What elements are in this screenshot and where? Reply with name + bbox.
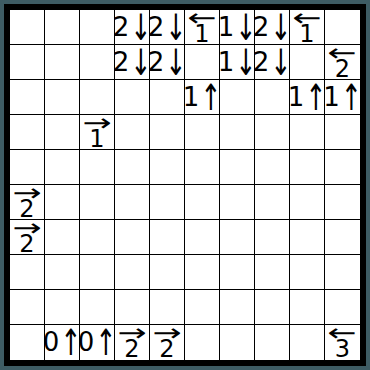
- clue-number: 2: [148, 45, 165, 80]
- clue-number: 2: [124, 339, 139, 359]
- cell-r7c1[interactable]: →2: [10, 220, 45, 255]
- cell-r5c4[interactable]: [115, 150, 150, 185]
- cell-r6c5[interactable]: [150, 185, 185, 220]
- clue: →2: [17, 221, 37, 254]
- cell-r6c10[interactable]: [325, 185, 360, 220]
- cell-r9c3[interactable]: [80, 290, 115, 325]
- cell-r8c1[interactable]: [10, 255, 45, 290]
- cell-r8c4[interactable]: [115, 255, 150, 290]
- cell-r1c4[interactable]: 2↓: [115, 10, 150, 45]
- cell-r3c3[interactable]: [80, 80, 115, 115]
- cell-r9c10[interactable]: [325, 290, 360, 325]
- cell-r6c6[interactable]: [185, 185, 220, 220]
- cell-r8c10[interactable]: [325, 255, 360, 290]
- cell-r5c2[interactable]: [45, 150, 80, 185]
- cell-r6c9[interactable]: [290, 185, 325, 220]
- cell-r2c6[interactable]: [185, 45, 220, 80]
- clue: →2: [157, 326, 177, 359]
- cell-r2c7[interactable]: 1↓: [220, 45, 255, 80]
- clue-number: 1: [183, 80, 200, 115]
- cell-r3c1[interactable]: [10, 80, 45, 115]
- cell-r3c10[interactable]: 1↑: [325, 80, 360, 115]
- clue: 2↓: [253, 45, 292, 80]
- cell-r6c3[interactable]: [80, 185, 115, 220]
- clue: ←3: [332, 326, 352, 359]
- clue-number: 2: [19, 199, 34, 219]
- cell-r7c3[interactable]: [80, 220, 115, 255]
- cell-r10c3[interactable]: 0↑: [80, 325, 115, 360]
- arrow-right-icon: →: [152, 327, 181, 339]
- clue: 2↓: [253, 10, 292, 45]
- cell-r4c4[interactable]: [115, 115, 150, 150]
- clue: →2: [122, 326, 142, 359]
- cell-r5c1[interactable]: [10, 150, 45, 185]
- cell-r10c5[interactable]: →2: [150, 325, 185, 360]
- clue-number: 1: [194, 24, 209, 44]
- cell-r1c3[interactable]: [80, 10, 115, 45]
- cell-r5c3[interactable]: [80, 150, 115, 185]
- clue-number: 2: [335, 59, 350, 79]
- cell-r2c10[interactable]: ←2: [325, 45, 360, 80]
- cell-r6c7[interactable]: [220, 185, 255, 220]
- clue-number: 2: [19, 234, 34, 254]
- clue: →1: [87, 116, 107, 149]
- cell-r9c8[interactable]: [255, 290, 290, 325]
- clue-number: 1: [323, 80, 340, 115]
- cell-r3c2[interactable]: [45, 80, 80, 115]
- cell-r5c7[interactable]: [220, 150, 255, 185]
- clue-number: 1: [89, 129, 104, 149]
- cell-r5c8[interactable]: [255, 150, 290, 185]
- arrow-up-icon: ↑: [60, 317, 81, 368]
- cell-r10c4[interactable]: →2: [115, 325, 150, 360]
- cell-r3c4[interactable]: [115, 80, 150, 115]
- cell-r10c7[interactable]: [220, 325, 255, 360]
- clue: ←1: [297, 11, 317, 44]
- clue: 1↑: [183, 80, 222, 115]
- puzzle-grid: 2↓2↓←11↓2↓←12↓2↓1↓2↓←21↑1↑1↑→1→2→20↑0↑→2…: [10, 10, 360, 360]
- cell-r10c2[interactable]: 0↑: [45, 325, 80, 360]
- cell-r7c9[interactable]: [290, 220, 325, 255]
- cell-r8c9[interactable]: [290, 255, 325, 290]
- clue: →2: [17, 186, 37, 219]
- cell-r7c7[interactable]: [220, 220, 255, 255]
- cell-r10c9[interactable]: [290, 325, 325, 360]
- cell-r1c2[interactable]: [45, 10, 80, 45]
- clue: 2↓: [148, 10, 187, 45]
- cell-r5c10[interactable]: [325, 150, 360, 185]
- clue: 1↓: [218, 10, 257, 45]
- clue: 2↓: [113, 10, 152, 45]
- cell-r4c10[interactable]: [325, 115, 360, 150]
- cell-r8c7[interactable]: [220, 255, 255, 290]
- arrow-left-icon: ←: [187, 12, 216, 24]
- clue: 0↑: [78, 325, 117, 360]
- cell-r1c9[interactable]: ←1: [290, 10, 325, 45]
- clue: 2↓: [148, 45, 187, 80]
- cell-r9c6[interactable]: [185, 290, 220, 325]
- cell-r1c5[interactable]: 2↓: [150, 10, 185, 45]
- clue-number: 2: [148, 10, 165, 45]
- cell-r4c1[interactable]: [10, 115, 45, 150]
- cell-r1c1[interactable]: [10, 10, 45, 45]
- cell-r2c1[interactable]: [10, 45, 45, 80]
- cell-r3c9[interactable]: 1↑: [290, 80, 325, 115]
- cell-r6c4[interactable]: [115, 185, 150, 220]
- cell-r2c2[interactable]: [45, 45, 80, 80]
- cell-r6c2[interactable]: [45, 185, 80, 220]
- cell-r2c4[interactable]: 2↓: [115, 45, 150, 80]
- clue: 2↓: [113, 45, 152, 80]
- cell-r3c7[interactable]: [220, 80, 255, 115]
- cell-r9c4[interactable]: [115, 290, 150, 325]
- cell-r10c10[interactable]: ←3: [325, 325, 360, 360]
- cell-r5c6[interactable]: [185, 150, 220, 185]
- cell-r4c9[interactable]: [290, 115, 325, 150]
- arrow-left-icon: ←: [328, 47, 357, 59]
- cell-r9c5[interactable]: [150, 290, 185, 325]
- cell-r4c8[interactable]: [255, 115, 290, 150]
- cell-r10c6[interactable]: [185, 325, 220, 360]
- cell-r1c7[interactable]: 1↓: [220, 10, 255, 45]
- cell-r2c5[interactable]: 2↓: [150, 45, 185, 80]
- cell-r8c6[interactable]: [185, 255, 220, 290]
- cell-r8c8[interactable]: [255, 255, 290, 290]
- cell-r7c5[interactable]: [150, 220, 185, 255]
- clue: 1↓: [218, 45, 257, 80]
- puzzle-board: 2↓2↓←11↓2↓←12↓2↓1↓2↓←21↑1↑1↑→1→2→20↑0↑→2…: [4, 4, 366, 366]
- cell-r4c6[interactable]: [185, 115, 220, 150]
- cell-r5c5[interactable]: [150, 150, 185, 185]
- cell-r1c10[interactable]: [325, 10, 360, 45]
- cell-r7c8[interactable]: [255, 220, 290, 255]
- cell-r9c9[interactable]: [290, 290, 325, 325]
- cell-r6c8[interactable]: [255, 185, 290, 220]
- clue-number: 1: [299, 24, 314, 44]
- clue-number: 1: [218, 10, 235, 45]
- cell-r7c6[interactable]: [185, 220, 220, 255]
- cell-r1c8[interactable]: 2↓: [255, 10, 290, 45]
- cell-r2c9[interactable]: [290, 45, 325, 80]
- cell-r4c7[interactable]: [220, 115, 255, 150]
- arrow-left-icon: ←: [292, 12, 321, 24]
- cell-r2c8[interactable]: 2↓: [255, 45, 290, 80]
- clue: ←1: [192, 11, 212, 44]
- cell-r6c1[interactable]: →2: [10, 185, 45, 220]
- clue-number: 2: [159, 339, 174, 359]
- cell-r3c5[interactable]: [150, 80, 185, 115]
- clue-number: 1: [218, 45, 235, 80]
- arrow-right-icon: →: [12, 187, 41, 199]
- cell-r4c2[interactable]: [45, 115, 80, 150]
- cell-r10c8[interactable]: [255, 325, 290, 360]
- arrow-up-icon: ↑: [95, 317, 116, 368]
- clue-number: 0: [78, 325, 95, 360]
- cell-r5c9[interactable]: [290, 150, 325, 185]
- cell-r3c6[interactable]: 1↑: [185, 80, 220, 115]
- cell-r7c10[interactable]: [325, 220, 360, 255]
- cell-r9c7[interactable]: [220, 290, 255, 325]
- clue-number: 2: [113, 45, 130, 80]
- cell-r2c3[interactable]: [80, 45, 115, 80]
- cell-r1c6[interactable]: ←1: [185, 10, 220, 45]
- cell-r7c4[interactable]: [115, 220, 150, 255]
- arrow-right-icon: →: [82, 117, 111, 129]
- clue-number: 2: [113, 10, 130, 45]
- cell-r8c2[interactable]: [45, 255, 80, 290]
- clue: 0↑: [43, 325, 82, 360]
- clue: ←2: [332, 46, 352, 79]
- cell-r9c2[interactable]: [45, 290, 80, 325]
- cell-r7c2[interactable]: [45, 220, 80, 255]
- cell-r3c8[interactable]: [255, 80, 290, 115]
- clue: 1↑: [288, 80, 327, 115]
- cell-r4c3[interactable]: →1: [80, 115, 115, 150]
- cell-r8c3[interactable]: [80, 255, 115, 290]
- arrow-left-icon: ←: [328, 327, 357, 339]
- clue-number: 3: [335, 339, 350, 359]
- clue-number: 2: [253, 10, 270, 45]
- cell-r9c1[interactable]: [10, 290, 45, 325]
- page-background: { "game": "yajisan-kazusan", "descriptio…: [0, 0, 370, 370]
- cell-r4c5[interactable]: [150, 115, 185, 150]
- cell-r10c1[interactable]: [10, 325, 45, 360]
- arrow-right-icon: →: [12, 222, 41, 234]
- arrow-right-icon: →: [117, 327, 146, 339]
- clue-number: 1: [288, 80, 305, 115]
- clue-number: 2: [253, 45, 270, 80]
- clue: 1↑: [323, 80, 362, 115]
- clue-number: 0: [43, 325, 60, 360]
- cell-r8c5[interactable]: [150, 255, 185, 290]
